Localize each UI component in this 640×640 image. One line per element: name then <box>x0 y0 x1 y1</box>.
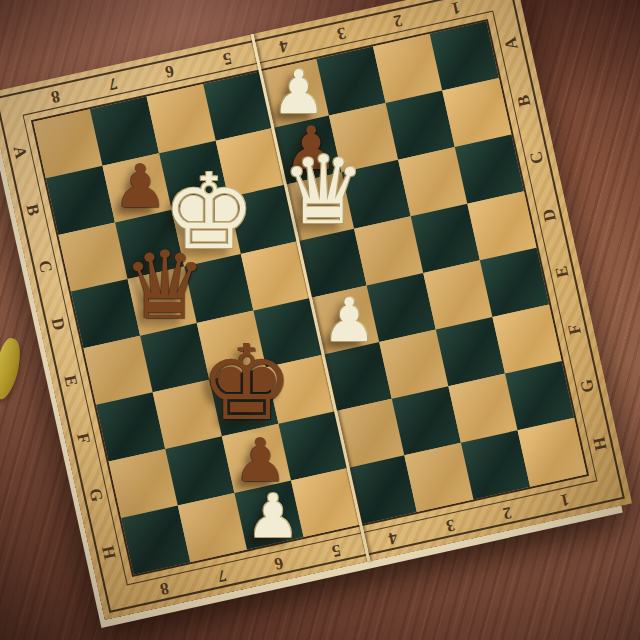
file-label-right-A: A <box>501 35 523 51</box>
rank-label-bottom-3: 3 <box>444 514 457 535</box>
file-label-right-F: F <box>564 322 586 336</box>
file-label-right-G: G <box>576 378 598 395</box>
file-label-left-E: E <box>59 373 81 388</box>
rank-label-top-5: 5 <box>221 48 234 69</box>
rank-label-top-6: 6 <box>163 60 176 81</box>
rank-label-bottom-8: 8 <box>158 578 171 599</box>
square-h1[interactable] <box>518 418 587 487</box>
file-label-left-B: B <box>21 202 43 217</box>
rank-label-bottom-5: 5 <box>330 540 343 561</box>
file-label-right-B: B <box>513 93 535 108</box>
rank-label-bottom-4: 4 <box>387 527 400 548</box>
rank-label-top-8: 8 <box>49 86 62 107</box>
file-label-right-E: E <box>551 264 573 279</box>
file-label-left-A: A <box>9 144 31 160</box>
white-queen-c4[interactable]: ♛ <box>281 143 365 237</box>
rank-label-top-1: 1 <box>449 0 462 18</box>
dark-king-f6[interactable]: ♚ <box>200 331 293 435</box>
file-label-left-G: G <box>84 487 106 504</box>
white-pawn-h6[interactable]: ♟ <box>246 486 300 546</box>
dark-queen-d7[interactable]: ♛ <box>123 239 207 333</box>
file-label-left-H: H <box>97 544 119 561</box>
dark-pawn-b7[interactable]: ♟ <box>113 156 167 216</box>
file-label-left-F: F <box>72 431 94 445</box>
rank-label-bottom-1: 1 <box>558 489 571 510</box>
file-label-left-C: C <box>34 259 56 275</box>
file-label-right-C: C <box>526 150 548 166</box>
rank-label-top-7: 7 <box>106 73 119 94</box>
white-pawn-e4[interactable]: ♟ <box>323 290 377 350</box>
rank-label-bottom-7: 7 <box>215 565 228 586</box>
rank-label-top-2: 2 <box>392 10 405 31</box>
file-label-right-H: H <box>589 435 611 452</box>
file-label-left-D: D <box>47 316 69 332</box>
rank-label-bottom-6: 6 <box>273 552 286 573</box>
file-label-right-D: D <box>539 207 561 223</box>
rank-label-top-4: 4 <box>278 35 291 56</box>
rank-label-bottom-2: 2 <box>501 502 514 523</box>
dark-pawn-g6[interactable]: ♟ <box>234 429 288 489</box>
white-pawn-a4[interactable]: ♟ <box>272 61 326 121</box>
rank-label-top-3: 3 <box>335 22 348 43</box>
